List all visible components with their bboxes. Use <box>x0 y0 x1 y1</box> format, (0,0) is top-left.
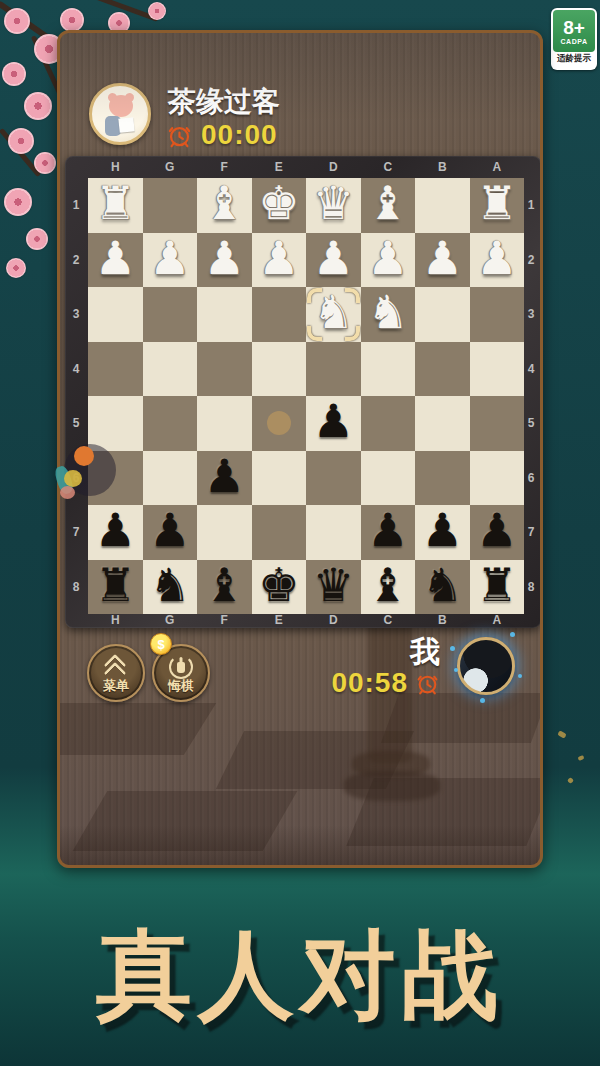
coord-label-D: D <box>306 612 361 628</box>
coord-label-6: 6 <box>68 451 84 506</box>
pig-avatar-face <box>109 95 133 117</box>
coord-label-G: G <box>143 612 198 628</box>
square-h2[interactable]: ♟ <box>88 233 143 288</box>
opponent-timer: 00:00 <box>166 119 278 151</box>
square-e3[interactable] <box>252 287 307 342</box>
piece-wQ-d1: ♛ <box>313 180 354 226</box>
square-g7[interactable]: ♟ <box>143 505 198 560</box>
my-timer: 00:58 <box>310 667 440 699</box>
age-rating-number: 8+ <box>563 18 585 38</box>
undo-button-label: 悔棋 <box>168 677 194 695</box>
square-g6[interactable] <box>143 451 198 506</box>
opponent-name: 茶缘过客 <box>168 83 280 121</box>
coord-label-4: 4 <box>523 342 539 397</box>
piece-bN-b8: ♞ <box>422 562 463 608</box>
square-h6[interactable] <box>88 451 143 506</box>
square-c8[interactable]: ♝ <box>361 560 416 615</box>
menu-button[interactable]: 菜单 <box>87 644 145 702</box>
square-h4[interactable] <box>88 342 143 397</box>
piece-wP-c2: ♟ <box>367 235 408 281</box>
coord-label-F: F <box>197 159 252 175</box>
square-c7[interactable]: ♟ <box>361 505 416 560</box>
coord-label-G: G <box>143 159 198 175</box>
square-e6[interactable] <box>252 451 307 506</box>
square-b1[interactable] <box>415 178 470 233</box>
coord-label-C: C <box>361 159 416 175</box>
square-f2[interactable]: ♟ <box>197 233 252 288</box>
piece-wP-d2: ♟ <box>313 235 354 281</box>
coord-label-F: F <box>197 612 252 628</box>
square-h3[interactable] <box>88 287 143 342</box>
square-d2[interactable]: ♟ <box>306 233 361 288</box>
coord-label-H: H <box>88 159 143 175</box>
coord-label-E: E <box>252 612 307 628</box>
piece-bP-f6: ♟ <box>204 453 245 499</box>
square-h5[interactable] <box>88 396 143 451</box>
square-a6[interactable] <box>470 451 525 506</box>
piece-bP-b7: ♟ <box>422 507 463 553</box>
square-a8[interactable]: ♜ <box>470 560 525 615</box>
square-g4[interactable] <box>143 342 198 397</box>
board-squares: ♜♝♚♛♝♜♟♟♟♟♟♟♟♟♞♞♟♟♟♟♟♟♟♜♞♝♚♛♝♞♜ <box>88 178 524 614</box>
piece-bP-d5: ♟ <box>313 398 354 444</box>
piece-bR-h8: ♜ <box>95 562 136 608</box>
square-g2[interactable]: ♟ <box>143 233 198 288</box>
coord-label-6: 6 <box>523 451 539 506</box>
piece-bP-a7: ♟ <box>476 507 517 553</box>
piece-bQ-d8: ♛ <box>313 562 354 608</box>
square-c1[interactable]: ♝ <box>361 178 416 233</box>
coord-label-4: 4 <box>68 342 84 397</box>
age-rating-top: 8+ CADPA <box>553 10 595 52</box>
square-b2[interactable]: ♟ <box>415 233 470 288</box>
square-b4[interactable] <box>415 342 470 397</box>
coord-label-5: 5 <box>523 396 539 451</box>
square-b8[interactable]: ♞ <box>415 560 470 615</box>
square-f7[interactable] <box>197 505 252 560</box>
piece-wP-g2: ♟ <box>149 235 190 281</box>
gold-confetti <box>577 755 584 761</box>
square-c5[interactable] <box>361 396 416 451</box>
double-chevron-up-icon <box>105 656 127 678</box>
my-time: 00:58 <box>331 667 408 699</box>
gold-confetti <box>567 777 574 784</box>
game-panel: 茶缘过客 00:00 HGFEDCBA HGFEDCBA 12345678 12… <box>57 30 543 868</box>
coord-label-C: C <box>361 612 416 628</box>
app-screen: 8+ CADPA 适龄提示 茶缘过客 <box>0 0 600 1066</box>
piece-wR-a1: ♜ <box>476 180 517 226</box>
piece-wP-f2: ♟ <box>204 235 245 281</box>
square-f4[interactable] <box>197 342 252 397</box>
coord-label-2: 2 <box>523 233 539 288</box>
square-e5[interactable] <box>252 396 307 451</box>
coord-label-5: 5 <box>68 396 84 451</box>
piece-wB-f1: ♝ <box>204 180 245 226</box>
square-b7[interactable]: ♟ <box>415 505 470 560</box>
alarm-clock-icon <box>415 671 440 696</box>
piece-bR-a8: ♜ <box>476 562 517 608</box>
coord-label-B: B <box>415 612 470 628</box>
banner-title: 真人对战 <box>0 912 600 1042</box>
square-b6[interactable] <box>415 451 470 506</box>
piece-wP-e2: ♟ <box>258 235 299 281</box>
square-c6[interactable] <box>361 451 416 506</box>
square-d6[interactable] <box>306 451 361 506</box>
coord-label-1: 1 <box>68 178 84 233</box>
square-c2[interactable]: ♟ <box>361 233 416 288</box>
square-e8[interactable]: ♚ <box>252 560 307 615</box>
square-f1[interactable]: ♝ <box>197 178 252 233</box>
selected-square-corner <box>345 326 360 341</box>
coord-label-7: 7 <box>68 505 84 560</box>
piece-bP-c7: ♟ <box>367 507 408 553</box>
coord-label-1: 1 <box>523 178 539 233</box>
piece-bB-f8: ♝ <box>204 562 245 608</box>
age-rating-org: CADPA <box>561 38 588 45</box>
selected-square-corner <box>345 288 360 303</box>
coord-label-3: 3 <box>523 287 539 342</box>
square-a3[interactable] <box>470 287 525 342</box>
coin-cost-icon: $ <box>150 633 172 655</box>
square-c3[interactable]: ♞ <box>361 287 416 342</box>
square-d8[interactable]: ♛ <box>306 560 361 615</box>
coord-label-H: H <box>88 612 143 628</box>
coord-label-D: D <box>306 159 361 175</box>
file-labels-top: HGFEDCBA <box>88 159 524 175</box>
piece-bP-g7: ♟ <box>149 507 190 553</box>
rank-labels-right: 12345678 <box>523 178 539 614</box>
piece-bP-h7: ♟ <box>95 507 136 553</box>
coord-label-7: 7 <box>523 505 539 560</box>
square-h8[interactable]: ♜ <box>88 560 143 615</box>
square-g1[interactable] <box>143 178 198 233</box>
square-a1[interactable]: ♜ <box>470 178 525 233</box>
piece-bN-g8: ♞ <box>149 562 190 608</box>
square-f5[interactable] <box>197 396 252 451</box>
square-g5[interactable] <box>143 396 198 451</box>
move-hint-dot <box>267 411 291 435</box>
square-f3[interactable] <box>197 287 252 342</box>
square-b3[interactable] <box>415 287 470 342</box>
square-f6[interactable]: ♟ <box>197 451 252 506</box>
square-d1[interactable]: ♛ <box>306 178 361 233</box>
square-e2[interactable]: ♟ <box>252 233 307 288</box>
opponent-time: 00:00 <box>201 119 278 151</box>
square-a7[interactable]: ♟ <box>470 505 525 560</box>
square-e1[interactable]: ♚ <box>252 178 307 233</box>
piece-wP-a2: ♟ <box>476 235 517 281</box>
piece-wK-e1: ♚ <box>258 180 299 226</box>
piece-bK-e8: ♚ <box>258 562 299 608</box>
rank-labels-left: 12345678 <box>68 178 84 614</box>
square-g3[interactable] <box>143 287 198 342</box>
alarm-clock-icon <box>166 122 193 149</box>
age-rating-badge: 8+ CADPA 适龄提示 <box>551 8 597 70</box>
coord-label-8: 8 <box>68 560 84 615</box>
selected-square-corner <box>307 326 322 341</box>
piece-wP-h2: ♟ <box>95 235 136 281</box>
square-e4[interactable] <box>252 342 307 397</box>
coord-label-B: B <box>415 159 470 175</box>
coord-label-8: 8 <box>523 560 539 615</box>
square-f8[interactable]: ♝ <box>197 560 252 615</box>
square-d7[interactable] <box>306 505 361 560</box>
square-a2[interactable]: ♟ <box>470 233 525 288</box>
coord-label-E: E <box>252 159 307 175</box>
piece-bB-c8: ♝ <box>367 562 408 608</box>
square-d5[interactable]: ♟ <box>306 396 361 451</box>
square-b5[interactable] <box>415 396 470 451</box>
square-h7[interactable]: ♟ <box>88 505 143 560</box>
square-c4[interactable] <box>361 342 416 397</box>
selected-square-corner <box>307 288 322 303</box>
chess-board: HGFEDCBA HGFEDCBA 12345678 12345678 ♜♝♚♛… <box>65 156 541 628</box>
square-h1[interactable]: ♜ <box>88 178 143 233</box>
coord-label-A: A <box>470 612 525 628</box>
coord-label-3: 3 <box>68 287 84 342</box>
square-d3[interactable]: ♞ <box>306 287 361 342</box>
file-labels-bottom: HGFEDCBA <box>88 612 524 628</box>
square-a5[interactable] <box>470 396 525 451</box>
square-g8[interactable]: ♞ <box>143 560 198 615</box>
square-e7[interactable] <box>252 505 307 560</box>
square-d4[interactable] <box>306 342 361 397</box>
opponent-avatar[interactable] <box>89 83 151 145</box>
piece-wB-c1: ♝ <box>367 180 408 226</box>
age-rating-caption: 适龄提示 <box>553 52 595 66</box>
piece-wN-c3: ♞ <box>367 289 408 335</box>
my-avatar[interactable] <box>457 637 515 695</box>
gold-confetti <box>557 730 566 738</box>
coord-label-2: 2 <box>68 233 84 288</box>
piece-wR-h1: ♜ <box>95 180 136 226</box>
piece-wP-b2: ♟ <box>422 235 463 281</box>
square-a4[interactable] <box>470 342 525 397</box>
coord-label-A: A <box>470 159 525 175</box>
